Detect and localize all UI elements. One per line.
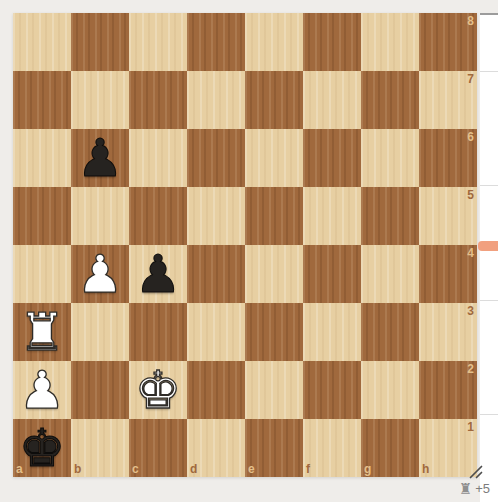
square-g2[interactable] xyxy=(361,361,419,419)
square-c2[interactable]: ♚ xyxy=(129,361,187,419)
square-f1[interactable]: f xyxy=(303,419,361,477)
square-b4[interactable]: ♟ xyxy=(71,245,129,303)
square-c1[interactable]: c xyxy=(129,419,187,477)
square-d5[interactable] xyxy=(187,187,245,245)
square-g3[interactable] xyxy=(361,303,419,361)
white-king[interactable]: ♚ xyxy=(129,361,187,419)
file-label-b: b xyxy=(74,463,81,475)
rank-label-4: 4 xyxy=(467,247,474,259)
rank-label-1: 1 xyxy=(467,421,474,433)
square-a3[interactable]: ♜ xyxy=(13,303,71,361)
square-g1[interactable]: g xyxy=(361,419,419,477)
square-b3[interactable] xyxy=(71,303,129,361)
square-a1[interactable]: a♚ xyxy=(13,419,71,477)
rank-label-3: 3 xyxy=(467,305,474,317)
square-b2[interactable] xyxy=(71,361,129,419)
file-label-e: e xyxy=(248,463,255,475)
chess-board[interactable]: 87♟65♟♟4♜3♟♚2a♚bcdefgh1 xyxy=(13,13,477,477)
square-a5[interactable] xyxy=(13,187,71,245)
square-d4[interactable] xyxy=(187,245,245,303)
black-king[interactable]: ♚ xyxy=(13,419,71,477)
square-e3[interactable] xyxy=(245,303,303,361)
square-h7[interactable]: 7 xyxy=(419,71,477,129)
square-h5[interactable]: 5 xyxy=(419,187,477,245)
scrollbar-thumb[interactable] xyxy=(478,241,498,251)
square-h4[interactable]: 4 xyxy=(419,245,477,303)
square-g4[interactable] xyxy=(361,245,419,303)
file-label-c: c xyxy=(132,463,139,475)
black-pawn[interactable]: ♟ xyxy=(71,129,129,187)
square-d8[interactable] xyxy=(187,13,245,71)
square-a4[interactable] xyxy=(13,245,71,303)
rank-label-6: 6 xyxy=(467,131,474,143)
square-d1[interactable]: d xyxy=(187,419,245,477)
square-d7[interactable] xyxy=(187,71,245,129)
square-b5[interactable] xyxy=(71,187,129,245)
square-b7[interactable] xyxy=(71,71,129,129)
square-c5[interactable] xyxy=(129,187,187,245)
square-g8[interactable] xyxy=(361,13,419,71)
square-h8[interactable]: 8 xyxy=(419,13,477,71)
square-e5[interactable] xyxy=(245,187,303,245)
square-g6[interactable] xyxy=(361,129,419,187)
square-b1[interactable]: b xyxy=(71,419,129,477)
square-h6[interactable]: 6 xyxy=(419,129,477,187)
square-f2[interactable] xyxy=(303,361,361,419)
file-label-d: d xyxy=(190,463,197,475)
square-c6[interactable] xyxy=(129,129,187,187)
board-resize-handle[interactable] xyxy=(468,464,485,481)
file-label-h: h xyxy=(422,463,429,475)
rank-label-2: 2 xyxy=(467,363,474,375)
material-indicator: ♜ +5 xyxy=(459,481,490,497)
resize-icon xyxy=(468,464,485,481)
square-e6[interactable] xyxy=(245,129,303,187)
square-e8[interactable] xyxy=(245,13,303,71)
square-e2[interactable] xyxy=(245,361,303,419)
square-f8[interactable] xyxy=(303,13,361,71)
square-f5[interactable] xyxy=(303,187,361,245)
square-g5[interactable] xyxy=(361,187,419,245)
rank-label-7: 7 xyxy=(467,73,474,85)
square-h3[interactable]: 3 xyxy=(419,303,477,361)
square-a2[interactable]: ♟ xyxy=(13,361,71,419)
material-count: +5 xyxy=(475,481,490,497)
white-rook[interactable]: ♜ xyxy=(13,303,71,361)
rook-icon: ♜ xyxy=(459,481,472,497)
square-b8[interactable] xyxy=(71,13,129,71)
square-b6[interactable]: ♟ xyxy=(71,129,129,187)
rank-label-5: 5 xyxy=(467,189,474,201)
square-f6[interactable] xyxy=(303,129,361,187)
square-f3[interactable] xyxy=(303,303,361,361)
square-e1[interactable]: e xyxy=(245,419,303,477)
divider xyxy=(480,300,498,301)
divider xyxy=(480,71,498,72)
white-pawn[interactable]: ♟ xyxy=(13,361,71,419)
square-a6[interactable] xyxy=(13,129,71,187)
square-a8[interactable] xyxy=(13,13,71,71)
square-e7[interactable] xyxy=(245,71,303,129)
square-g7[interactable] xyxy=(361,71,419,129)
square-h2[interactable]: 2 xyxy=(419,361,477,419)
divider xyxy=(480,185,498,186)
square-c7[interactable] xyxy=(129,71,187,129)
black-pawn[interactable]: ♟ xyxy=(129,245,187,303)
square-c8[interactable] xyxy=(129,13,187,71)
square-d6[interactable] xyxy=(187,129,245,187)
white-pawn[interactable]: ♟ xyxy=(71,245,129,303)
file-label-g: g xyxy=(364,463,371,475)
square-f7[interactable] xyxy=(303,71,361,129)
square-d3[interactable] xyxy=(187,303,245,361)
rank-label-8: 8 xyxy=(467,15,474,27)
square-c3[interactable] xyxy=(129,303,187,361)
square-d2[interactable] xyxy=(187,361,245,419)
divider xyxy=(480,414,498,415)
square-e4[interactable] xyxy=(245,245,303,303)
side-panel xyxy=(480,13,498,502)
file-label-f: f xyxy=(306,463,310,475)
square-c4[interactable]: ♟ xyxy=(129,245,187,303)
square-f4[interactable] xyxy=(303,245,361,303)
square-a7[interactable] xyxy=(13,71,71,129)
